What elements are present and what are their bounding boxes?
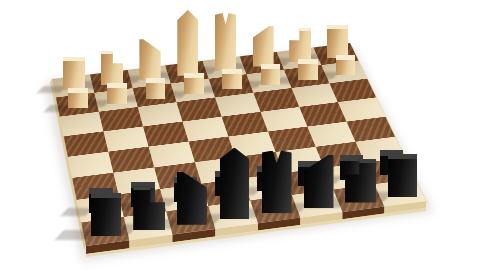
piece-black-bishop-f8 [177, 172, 207, 225]
pieces-layer [0, 0, 480, 270]
piece-black-king-e8 [220, 148, 250, 220]
piece-white-rook-h1 [63, 57, 85, 90]
piece-white-pawn-a2 [336, 55, 355, 76]
piece-white-pawn-h2 [68, 88, 88, 109]
piece-white-pawn-e2 [184, 73, 204, 94]
piece-white-rook-a1 [327, 25, 348, 58]
piece-white-knight-b1 [289, 28, 311, 62]
piece-black-rook-h8 [91, 193, 121, 236]
piece-white-pawn-g2 [107, 83, 127, 104]
piece-black-queen-d8 [262, 151, 292, 214]
piece-white-bishop-c1 [253, 26, 274, 67]
piece-shadow [37, 86, 66, 93]
piece-white-knight-g1 [101, 51, 124, 85]
piece-shadow [54, 230, 95, 240]
piece-white-queen-d1 [215, 13, 236, 71]
piece-white-pawn-b2 [298, 59, 317, 80]
piece-black-knight-g8 [133, 186, 165, 230]
piece-white-pawn-f2 [146, 78, 166, 99]
piece-black-rook-a8 [388, 154, 417, 197]
piece-white-pawn-d2 [222, 69, 242, 90]
piece-white-bishop-f1 [139, 39, 160, 80]
piece-white-king-e1 [177, 10, 198, 76]
piece-shadow [60, 208, 92, 216]
chess-product-photo: Product photo of a modernist wooden ches… [0, 0, 480, 270]
piece-white-pawn-c2 [261, 64, 280, 85]
